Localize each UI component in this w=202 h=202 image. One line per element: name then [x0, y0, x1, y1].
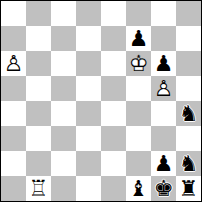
- white-pawn[interactable]: ♟♙: [151, 76, 176, 101]
- square-d2[interactable]: [76, 151, 101, 176]
- square-c2[interactable]: [51, 151, 76, 176]
- square-c8[interactable]: [51, 1, 76, 26]
- black-knight-icon: ♞: [176, 151, 201, 176]
- square-e5[interactable]: [101, 76, 126, 101]
- white-rook-icon: ♖: [26, 176, 51, 201]
- white-pawn-icon: ♙: [151, 76, 176, 101]
- square-f6[interactable]: ♚♔: [126, 51, 151, 76]
- white-king-icon: ♔: [126, 51, 151, 76]
- square-e8[interactable]: [101, 1, 126, 26]
- square-f1[interactable]: ♝: [126, 176, 151, 201]
- square-f7[interactable]: ♟: [126, 26, 151, 51]
- black-pawn-icon: ♟: [151, 151, 176, 176]
- square-a4[interactable]: [1, 101, 26, 126]
- board-grid: ♟♟♙♚♔♟♟♙♞♟♞♜♖♝♚♜: [1, 1, 201, 201]
- square-b8[interactable]: [26, 1, 51, 26]
- square-e4[interactable]: [101, 101, 126, 126]
- square-b3[interactable]: [26, 126, 51, 151]
- square-b7[interactable]: [26, 26, 51, 51]
- white-king[interactable]: ♚♔: [126, 51, 151, 76]
- black-pawn[interactable]: ♟: [126, 26, 151, 51]
- square-g3[interactable]: [151, 126, 176, 151]
- chessboard: ♟♟♙♚♔♟♟♙♞♟♞♜♖♝♚♜: [0, 0, 202, 202]
- black-knight[interactable]: ♞: [176, 151, 201, 176]
- square-g2[interactable]: ♟: [151, 151, 176, 176]
- square-g1[interactable]: ♚: [151, 176, 176, 201]
- square-a8[interactable]: [1, 1, 26, 26]
- square-e1[interactable]: [101, 176, 126, 201]
- square-d4[interactable]: [76, 101, 101, 126]
- square-a1[interactable]: [1, 176, 26, 201]
- square-b1[interactable]: ♜♖: [26, 176, 51, 201]
- square-d3[interactable]: [76, 126, 101, 151]
- square-d8[interactable]: [76, 1, 101, 26]
- square-g6[interactable]: ♟: [151, 51, 176, 76]
- white-pawn-icon: ♙: [1, 51, 26, 76]
- square-h3[interactable]: [176, 126, 201, 151]
- square-h4[interactable]: ♞: [176, 101, 201, 126]
- square-b5[interactable]: [26, 76, 51, 101]
- black-pawn-icon: ♟: [151, 51, 176, 76]
- square-h7[interactable]: [176, 26, 201, 51]
- square-e2[interactable]: [101, 151, 126, 176]
- square-d7[interactable]: [76, 26, 101, 51]
- square-g4[interactable]: [151, 101, 176, 126]
- square-d5[interactable]: [76, 76, 101, 101]
- square-c6[interactable]: [51, 51, 76, 76]
- black-rook[interactable]: ♜: [176, 176, 201, 201]
- square-c3[interactable]: [51, 126, 76, 151]
- square-h1[interactable]: ♜: [176, 176, 201, 201]
- square-g8[interactable]: [151, 1, 176, 26]
- square-h8[interactable]: [176, 1, 201, 26]
- square-a7[interactable]: [1, 26, 26, 51]
- black-bishop[interactable]: ♝: [126, 176, 151, 201]
- square-h6[interactable]: [176, 51, 201, 76]
- square-a2[interactable]: [1, 151, 26, 176]
- square-b6[interactable]: [26, 51, 51, 76]
- square-a6[interactable]: ♟♙: [1, 51, 26, 76]
- square-c5[interactable]: [51, 76, 76, 101]
- black-king[interactable]: ♚: [151, 176, 176, 201]
- square-d6[interactable]: [76, 51, 101, 76]
- square-h5[interactable]: [176, 76, 201, 101]
- square-e7[interactable]: [101, 26, 126, 51]
- square-g7[interactable]: [151, 26, 176, 51]
- black-king-icon: ♚: [151, 176, 176, 201]
- square-f5[interactable]: [126, 76, 151, 101]
- black-pawn[interactable]: ♟: [151, 51, 176, 76]
- square-a3[interactable]: [1, 126, 26, 151]
- black-bishop-icon: ♝: [126, 176, 151, 201]
- square-f2[interactable]: [126, 151, 151, 176]
- square-c1[interactable]: [51, 176, 76, 201]
- white-pawn[interactable]: ♟♙: [1, 51, 26, 76]
- square-f4[interactable]: [126, 101, 151, 126]
- square-c7[interactable]: [51, 26, 76, 51]
- black-knight-icon: ♞: [176, 101, 201, 126]
- square-c4[interactable]: [51, 101, 76, 126]
- square-h2[interactable]: ♞: [176, 151, 201, 176]
- square-e3[interactable]: [101, 126, 126, 151]
- square-a5[interactable]: [1, 76, 26, 101]
- square-e6[interactable]: [101, 51, 126, 76]
- black-pawn-icon: ♟: [126, 26, 151, 51]
- black-knight[interactable]: ♞: [176, 101, 201, 126]
- square-g5[interactable]: ♟♙: [151, 76, 176, 101]
- square-f3[interactable]: [126, 126, 151, 151]
- black-pawn[interactable]: ♟: [151, 151, 176, 176]
- square-b4[interactable]: [26, 101, 51, 126]
- black-rook-icon: ♜: [176, 176, 201, 201]
- white-rook[interactable]: ♜♖: [26, 176, 51, 201]
- square-f8[interactable]: [126, 1, 151, 26]
- square-d1[interactable]: [76, 176, 101, 201]
- square-b2[interactable]: [26, 151, 51, 176]
